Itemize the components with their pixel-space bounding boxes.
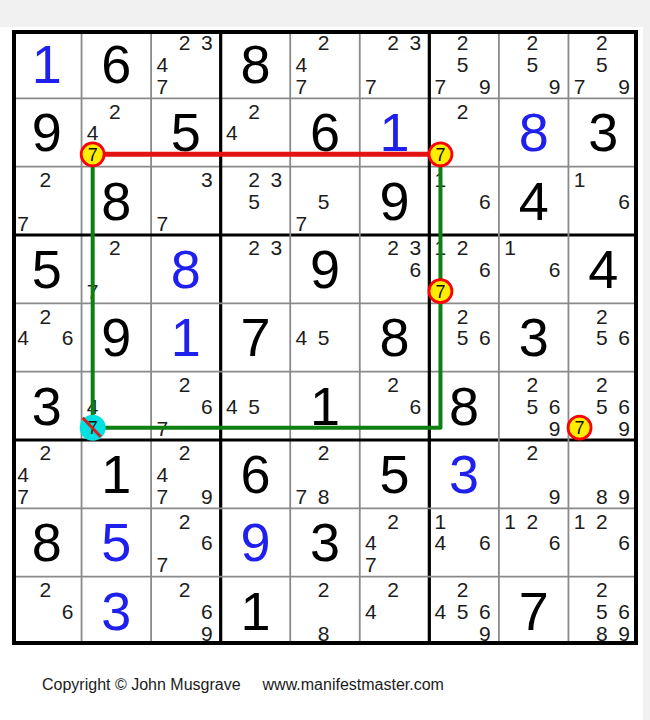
candidate-digit: 6 [201,600,213,621]
cell-r1c8[interactable]: 259 [499,30,569,98]
candidate-digit: 2 [318,442,330,463]
solved-digit: 1 [380,105,410,159]
candidate-digit: 4 [365,600,377,621]
solved-digit: 8 [32,515,62,569]
cell-r2c5[interactable]: 6 [290,98,360,166]
cell-r8c2[interactable]: 5 [82,508,152,576]
solved-digit: 5 [171,105,201,159]
candidate-digit: 3 [410,32,422,53]
candidate-digit: 3 [270,237,282,258]
candidate-digit: 6 [618,395,630,416]
cell-r4c7[interactable]: 1267 [429,235,499,303]
cell-r6c3[interactable]: 267 [151,372,221,440]
cell-r7c3[interactable]: 2479 [151,440,221,508]
cell-r5c5[interactable]: 45 [290,303,360,371]
cell-r5c7[interactable]: 256 [429,303,499,371]
solved-digit: 9 [32,105,62,159]
cell-r7c5[interactable]: 278 [290,440,360,508]
cell-r3c6[interactable]: 9 [360,167,430,235]
candidate-digit: 2 [387,237,399,258]
candidate-digit: 8 [318,486,330,507]
solved-digit: 5 [380,447,410,501]
cell-r4c4[interactable]: 23 [221,235,291,303]
candidate-digit: 5 [248,190,260,211]
cell-r2c4[interactable]: 24 [221,98,291,166]
solved-digit: 1 [310,379,340,433]
cell-r3c7[interactable]: 16 [429,167,499,235]
solved-digit: 3 [449,447,479,501]
cell-r9c1[interactable]: 26 [12,577,82,645]
candidate-digit: 4 [296,54,308,75]
candidate-digit: 5 [526,54,538,75]
candidate-digit: 2 [387,373,399,394]
candidate-digit: 6 [62,600,74,621]
candidate-digit: 5 [596,54,608,75]
candidate-digit: 5 [318,327,330,348]
cell-r3c5[interactable]: 57 [290,167,360,235]
candidate-digit: 5 [457,600,469,621]
candidate-digit: 6 [618,190,630,211]
cell-r6c8[interactable]: 2569 [499,372,569,440]
cell-r6c1[interactable]: 3 [12,372,82,440]
candidate-digit: 4 [226,122,238,143]
candidate-digit: 6 [479,532,491,553]
candidate-digit: 6 [201,532,213,553]
candidate-digit: 2 [248,237,260,258]
candidate-digit: 1 [504,237,516,258]
candidate-digit: 2 [40,442,52,463]
cell-r4c6[interactable]: 236 [360,235,430,303]
candidate-digit: 6 [479,259,491,280]
candidate-digit: 2 [596,578,608,599]
candidate-digit: 2 [179,373,191,394]
solved-digit: 7 [519,584,549,638]
cell-r4c3[interactable]: 8 [151,235,221,303]
cell-r3c1[interactable]: 27 [12,167,82,235]
solved-digit: 9 [310,242,340,296]
solved-digit: 1 [32,37,62,91]
candidate-digit: 2 [596,32,608,53]
solved-digit: 4 [519,174,549,228]
candidate-digit: 2 [248,168,260,189]
candidate-digit: 4 [156,54,168,75]
candidate-digit: 8 [596,486,608,507]
solved-digit: 8 [101,174,131,228]
cell-r8c9[interactable]: 126 [568,508,638,576]
candidate-digit: 9 [479,622,491,643]
right-margin-band [643,0,650,720]
cell-r9c9[interactable]: 25689 [568,577,638,645]
candidate-digit: 9 [201,486,213,507]
candidate-digit: 6 [62,327,74,348]
candidate-digit: 6 [410,259,422,280]
cell-r9c7[interactable]: 24569 [429,577,499,645]
solved-digit: 6 [101,37,131,91]
cell-r9c2[interactable]: 3 [82,577,152,645]
candidate-digit: 7 [156,486,168,507]
candidate-digit: 2 [387,510,399,531]
cell-r2c3[interactable]: 5 [151,98,221,166]
candidate-digit: 7 [156,212,168,233]
candidate-digit: 9 [618,76,630,97]
cell-r5c9[interactable]: 256 [568,303,638,371]
candidate-digit: 9 [479,76,491,97]
candidate-digit: 7 [87,281,99,302]
candidate-digit: 7 [156,417,168,438]
cell-r1c1[interactable]: 1 [12,30,82,98]
cell-r3c3[interactable]: 37 [151,167,221,235]
footer: Copyright © John Musgrave www.manifestma… [42,676,444,694]
cell-r4c9[interactable]: 4 [568,235,638,303]
candidate-digit: 4 [156,464,168,485]
candidate-digit: 4 [435,600,447,621]
candidate-digit: 3 [410,237,422,258]
solved-digit: 8 [240,37,270,91]
candidate-digit: 4 [226,395,238,416]
candidate-digit: 2 [40,168,52,189]
candidate-digit: 2 [457,237,469,258]
cell-r9c3[interactable]: 269 [151,577,221,645]
candidate-digit: 8 [318,622,330,643]
candidate-digit: 2 [318,32,330,53]
cell-r6c6[interactable]: 26 [360,372,430,440]
candidate-digit: 4 [87,395,99,416]
copyright-text: Copyright © John Musgrave [42,676,241,694]
candidate-digit: 4 [87,122,99,143]
candidate-digit: 5 [457,327,469,348]
candidate-digit: 1 [435,168,447,189]
cell-r3c4[interactable]: 235 [221,167,291,235]
cell-r6c9[interactable]: 25679 [568,372,638,440]
candidate-digit: 2 [179,578,191,599]
candidate-digit: 7 [296,486,308,507]
cell-r9c6[interactable]: 24 [360,577,430,645]
solved-digit: 5 [32,242,62,296]
cell-r6c7[interactable]: 8 [429,372,499,440]
candidate-digit: 6 [618,327,630,348]
cell-r3c8[interactable]: 4 [499,167,569,235]
cell-r8c7[interactable]: 146 [429,508,499,576]
cell-r1c5[interactable]: 247 [290,30,360,98]
candidate-digit: 5 [596,327,608,348]
cell-r3c2[interactable]: 8 [82,167,152,235]
page: { "game": "sudoku", "position": "16.8...… [0,0,650,720]
candidate-digit: 7 [365,76,377,97]
candidate-digit: 5 [596,600,608,621]
solved-digit: 1 [171,310,201,364]
candidate-digit: 9 [549,417,561,438]
cell-r5c4[interactable]: 7 [221,303,291,371]
candidate-digit: 6 [618,600,630,621]
candidate-digit: 1 [574,168,586,189]
candidate-digit: 5 [457,54,469,75]
solved-digit: 4 [588,242,618,296]
cell-r8c6[interactable]: 247 [360,508,430,576]
cell-r2c9[interactable]: 3 [568,98,638,166]
candidate-digit: 6 [549,259,561,280]
candidate-digit: 5 [526,395,538,416]
cell-r1c9[interactable]: 2579 [568,30,638,98]
candidate-digit: 2 [526,32,538,53]
candidate-digit: 5 [318,190,330,211]
candidate-digit: 2 [40,578,52,599]
candidate-digit: 2 [179,510,191,531]
candidate-digit: 4 [365,532,377,553]
candidate-digit: 7 [365,554,377,575]
solved-digit: 7 [240,310,270,364]
candidate-digit: 1 [574,510,586,531]
candidate-digit: 2 [457,100,469,121]
cell-r6c5[interactable]: 1 [290,372,360,440]
candidate-digit: 6 [549,532,561,553]
candidate-digit: 7 [435,76,447,97]
candidate-digit: 6 [410,395,422,416]
solved-digit: 1 [240,584,270,638]
candidate-digit: 7 [574,417,586,438]
candidate-digit: 2 [526,510,538,531]
cell-r9c8[interactable]: 7 [499,577,569,645]
solved-digit: 1 [101,447,131,501]
solved-digit: 6 [240,447,270,501]
cell-r9c5[interactable]: 28 [290,577,360,645]
cell-r7c9[interactable]: 89 [568,440,638,508]
solved-digit: 3 [101,584,131,638]
cell-r4c5[interactable]: 9 [290,235,360,303]
candidate-digit: 1 [435,510,447,531]
solved-digit: 8 [449,379,479,433]
candidate-digit: 6 [479,600,491,621]
cell-r7c7[interactable]: 3 [429,440,499,508]
candidate-digit: 6 [618,532,630,553]
candidate-digit: 2 [457,32,469,53]
candidate-digit: 7 [17,212,29,233]
solved-digit: 9 [240,515,270,569]
cell-r7c4[interactable]: 6 [221,440,291,508]
cell-r6c4[interactable]: 45 [221,372,291,440]
candidate-digit: 2 [40,305,52,326]
cell-r8c4[interactable]: 9 [221,508,291,576]
cell-r1c4[interactable]: 8 [221,30,291,98]
candidate-digit: 2 [248,100,260,121]
website-text: www.manifestmaster.com [263,676,444,694]
candidate-digit: 1 [435,237,447,258]
cell-r8c3[interactable]: 267 [151,508,221,576]
candidate-digit: 2 [109,100,121,121]
solved-digit: 9 [380,174,410,228]
candidate-digit: 3 [201,168,213,189]
candidate-digit: 4 [17,327,29,348]
candidate-digit: 2 [457,578,469,599]
cell-r6c2[interactable]: 47 [82,372,152,440]
candidate-digit: 2 [179,442,191,463]
candidate-digit: 1 [504,510,516,531]
candidate-digit: 6 [479,327,491,348]
candidate-digit: 9 [549,486,561,507]
solved-digit: 9 [101,310,131,364]
candidate-digit: 2 [179,32,191,53]
solved-digit: 8 [519,105,549,159]
cell-layer: 1623478247237257925925799247524612783278… [12,30,638,645]
solved-digit: 3 [588,105,618,159]
cell-r2c7[interactable]: 27 [429,98,499,166]
candidate-digit: 9 [549,76,561,97]
solved-digit: 6 [310,105,340,159]
cell-r5c3[interactable]: 1 [151,303,221,371]
candidate-digit: 3 [201,32,213,53]
candidate-digit: 7 [296,76,308,97]
candidate-digit: 6 [549,395,561,416]
candidate-digit: 5 [596,395,608,416]
cell-r1c7[interactable]: 2579 [429,30,499,98]
candidate-digit: 4 [17,464,29,485]
candidate-digit: 8 [596,622,608,643]
cell-r5c2[interactable]: 9 [82,303,152,371]
cell-r8c1[interactable]: 8 [12,508,82,576]
candidate-digit: 2 [387,32,399,53]
solved-digit: 3 [519,310,549,364]
solved-digit: 5 [101,515,131,569]
candidate-digit: 2 [318,578,330,599]
candidate-digit: 2 [596,373,608,394]
cell-r8c5[interactable]: 3 [290,508,360,576]
candidate-digit: 2 [457,305,469,326]
sudoku-board: 1623478247237257925925799247524612783278… [12,30,638,645]
candidate-digit: 7 [435,144,447,165]
cell-r8c8[interactable]: 126 [499,508,569,576]
candidate-digit: 2 [526,442,538,463]
cell-r4c2[interactable]: 27 [82,235,152,303]
candidate-digit: 4 [296,327,308,348]
candidate-digit: 7 [435,281,447,302]
candidate-digit: 4 [435,532,447,553]
top-margin-band [0,0,650,27]
candidate-digit: 2 [596,510,608,531]
cell-r7c8[interactable]: 29 [499,440,569,508]
candidate-digit: 2 [109,237,121,258]
cell-r2c2[interactable]: 247 [82,98,152,166]
candidate-digit: 9 [618,417,630,438]
candidate-digit: 7 [87,417,99,438]
cell-r7c6[interactable]: 5 [360,440,430,508]
candidate-digit: 7 [156,554,168,575]
cell-r4c1[interactable]: 5 [12,235,82,303]
solved-digit: 8 [380,310,410,364]
cell-r1c2[interactable]: 6 [82,30,152,98]
candidate-digit: 6 [479,190,491,211]
candidate-digit: 2 [387,578,399,599]
candidate-digit: 9 [618,486,630,507]
candidate-digit: 7 [296,212,308,233]
cell-r4c8[interactable]: 16 [499,235,569,303]
cell-r2c1[interactable]: 9 [12,98,82,166]
cell-r2c6[interactable]: 1 [360,98,430,166]
cell-r7c1[interactable]: 247 [12,440,82,508]
candidate-digit: 2 [526,373,538,394]
candidate-digit: 2 [596,305,608,326]
cell-r9c4[interactable]: 1 [221,577,291,645]
candidate-digit: 7 [574,76,586,97]
cell-r5c8[interactable]: 3 [499,303,569,371]
candidate-digit: 5 [248,395,260,416]
cell-r5c6[interactable]: 8 [360,303,430,371]
cell-r5c1[interactable]: 246 [12,303,82,371]
cell-r1c6[interactable]: 237 [360,30,430,98]
candidate-digit: 3 [270,168,282,189]
candidate-digit: 9 [618,622,630,643]
candidate-digit: 9 [201,622,213,643]
cell-r7c2[interactable]: 1 [82,440,152,508]
cell-r1c3[interactable]: 2347 [151,30,221,98]
solved-digit: 3 [32,379,62,433]
candidate-digit: 7 [17,486,29,507]
solved-digit: 3 [310,515,340,569]
cell-r2c8[interactable]: 8 [499,98,569,166]
cell-r3c9[interactable]: 16 [568,167,638,235]
solved-digit: 8 [171,242,201,296]
candidate-digit: 6 [201,395,213,416]
candidate-digit: 7 [87,144,99,165]
candidate-digit: 7 [156,76,168,97]
